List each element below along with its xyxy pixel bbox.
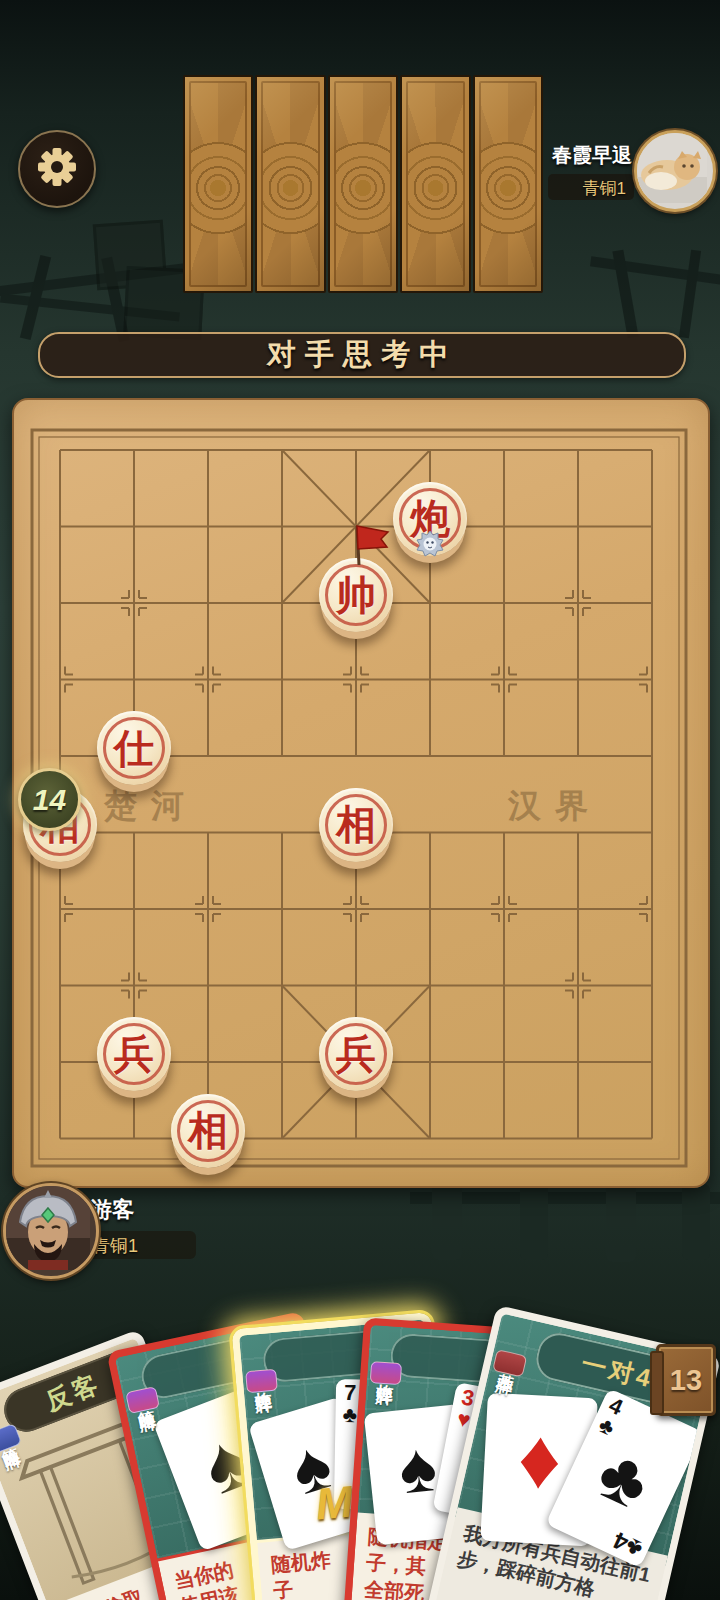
piece-label: 相 xyxy=(171,1094,245,1168)
piece-elephant-red[interactable]: 相 xyxy=(319,788,393,862)
piece-label: 仕 xyxy=(97,711,171,785)
cat-avatar-image xyxy=(637,133,707,203)
opponent-card-back xyxy=(255,75,325,293)
scenery-fence-right xyxy=(590,250,720,340)
piece-label: 相 xyxy=(319,788,393,862)
settings-button[interactable] xyxy=(18,130,96,208)
opponent-rank: 青铜1 xyxy=(583,177,626,200)
lion-badge-icon xyxy=(416,530,444,558)
piece-label: 兵 xyxy=(319,1017,393,1091)
timer-badge: 14 xyxy=(18,768,81,831)
piece-elephant-red[interactable]: 相 xyxy=(171,1094,245,1168)
piece-cannon-red[interactable]: 炮 xyxy=(393,482,467,556)
status-banner: 对手思考中 xyxy=(38,332,686,378)
player-avatar[interactable] xyxy=(3,1183,99,1279)
piece-advisor-red[interactable]: 仕 xyxy=(97,711,171,785)
game-screen: { "game": "xiangqi (Chinese chess) card-… xyxy=(0,0,720,1600)
card-type-tag: 炸弹牌 xyxy=(370,1361,402,1385)
deck-count-badge: 13 xyxy=(656,1344,716,1416)
opponent-card-back xyxy=(328,75,398,293)
piece-soldier-red[interactable]: 兵 xyxy=(97,1017,171,1091)
opponent-card-back xyxy=(183,75,253,293)
opponent-info: 春霞早退 青铜1 xyxy=(530,128,720,218)
opponent-name: 春霞早退 xyxy=(482,142,632,169)
piece-label: 兵 xyxy=(97,1017,171,1091)
status-text: 对手思考中 xyxy=(267,335,457,375)
opponent-hand xyxy=(183,75,543,293)
flag-marker xyxy=(348,518,394,572)
gold-stamp-m: M xyxy=(314,1477,355,1530)
general-avatar-image xyxy=(6,1186,90,1270)
card-type-tag: 炸弹牌 xyxy=(245,1369,278,1394)
scenery-dock-posts xyxy=(410,1178,720,1288)
player-rank: 青铜1 xyxy=(92,1234,138,1258)
opponent-card-back xyxy=(400,75,470,293)
piece-soldier-red[interactable]: 兵 xyxy=(319,1017,393,1091)
gear-icon xyxy=(35,145,79,193)
opponent-avatar[interactable] xyxy=(634,130,716,212)
player-info: 游客 青铜1 xyxy=(0,1183,300,1283)
